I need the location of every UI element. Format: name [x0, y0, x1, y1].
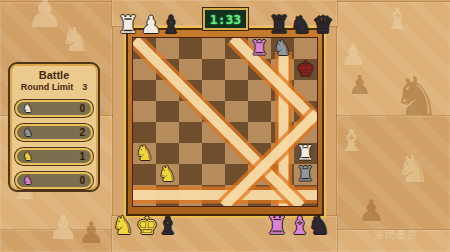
gray-rook-h2[interactable]: ♜	[294, 156, 317, 185]
square-b6[interactable]	[156, 80, 179, 101]
timer-display: 1:33	[203, 8, 248, 30]
square-a5[interactable]	[133, 101, 156, 122]
square-d1[interactable]	[202, 185, 225, 206]
square-a6[interactable]	[133, 80, 156, 101]
square-g7[interactable]	[271, 59, 294, 80]
timer-value: 1:33	[210, 12, 241, 27]
square-c3[interactable]	[179, 143, 202, 164]
square-g6[interactable]	[271, 80, 294, 101]
square-c6[interactable]	[179, 80, 202, 101]
team-pill-gray[interactable]: ♞ 2	[15, 124, 93, 141]
team-pill-pink[interactable]: ♞ 0	[15, 172, 93, 189]
bg-tile	[337, 230, 450, 252]
square-c1[interactable]	[179, 185, 202, 206]
yellow-knight-b2[interactable]: ♞	[156, 156, 179, 185]
gray-knight-g8[interactable]: ♞	[271, 38, 294, 59]
square-f2[interactable]	[248, 164, 271, 185]
square-f5[interactable]	[248, 101, 271, 122]
square-h6[interactable]	[294, 80, 317, 101]
team-pill-yellow[interactable]: ♞ 1	[15, 148, 93, 165]
red-king-h7[interactable]: ♚	[294, 51, 317, 80]
battle-panel: Battle Round Limit 3 ♞ 0 ♞ 2 ♞ 1 ♞ 0	[8, 62, 100, 192]
bg-tile	[0, 230, 112, 252]
square-d3[interactable]	[202, 143, 225, 164]
square-d4[interactable]	[202, 122, 225, 143]
bg-tile	[337, 2, 450, 116]
square-b8[interactable]	[156, 38, 179, 59]
square-e1[interactable]	[225, 185, 248, 206]
square-h1[interactable]	[294, 185, 317, 206]
square-f6[interactable]	[248, 80, 271, 101]
pink-knight-icon: ♞	[23, 175, 33, 186]
gray-knight-icon: ♞	[23, 127, 33, 138]
square-e2[interactable]	[225, 164, 248, 185]
square-d5[interactable]	[202, 101, 225, 122]
team-count-gray: 2	[79, 127, 85, 138]
square-b4[interactable]	[156, 122, 179, 143]
team-count-yellow: 1	[79, 151, 85, 162]
square-c2[interactable]	[179, 164, 202, 185]
square-c5[interactable]	[179, 101, 202, 122]
square-g2[interactable]	[271, 164, 294, 185]
square-e7[interactable]	[225, 59, 248, 80]
black-bishop-edge[interactable]: ♝	[159, 8, 183, 37]
square-d7[interactable]	[202, 59, 225, 80]
chess-board: ♜♞♚♞♞♜♜	[133, 38, 317, 206]
panel-title: Battle	[39, 69, 70, 81]
white-rook-edge[interactable]: ♜	[116, 8, 140, 37]
square-a2[interactable]	[133, 164, 156, 185]
square-a8[interactable]	[133, 38, 156, 59]
square-e6[interactable]	[225, 80, 248, 101]
square-e5[interactable]	[225, 101, 248, 122]
square-d2[interactable]	[202, 164, 225, 185]
team-count-pink: 0	[79, 175, 85, 186]
square-f1[interactable]	[248, 185, 271, 206]
square-a7[interactable]	[133, 59, 156, 80]
square-e8[interactable]	[225, 38, 248, 59]
team-count-white: 0	[79, 103, 85, 114]
round-limit-label: Round Limit	[21, 82, 74, 93]
square-h5[interactable]	[294, 101, 317, 122]
square-f4[interactable]	[248, 122, 271, 143]
square-c8[interactable]	[179, 38, 202, 59]
black-bishop-edge[interactable]: ♝	[156, 208, 180, 238]
square-f7[interactable]	[248, 59, 271, 80]
square-c7[interactable]	[179, 59, 202, 80]
square-g1[interactable]	[271, 185, 294, 206]
round-limit-value: 3	[82, 82, 87, 93]
square-a1[interactable]	[133, 185, 156, 206]
pink-rook-edge[interactable]: ♜	[265, 208, 289, 238]
yellow-knight-a3[interactable]: ♞	[133, 135, 156, 164]
square-b1[interactable]	[156, 185, 179, 206]
pink-rook-f8[interactable]: ♜	[248, 38, 271, 59]
square-c4[interactable]	[179, 122, 202, 143]
black-queen-edge[interactable]: ♛	[311, 8, 335, 37]
square-b7[interactable]	[156, 59, 179, 80]
square-b5[interactable]	[156, 101, 179, 122]
square-g4[interactable]	[271, 122, 294, 143]
black-knight-edge[interactable]: ♞	[289, 8, 313, 37]
black-knight-edge[interactable]: ♞	[307, 208, 331, 238]
white-knight-icon: ♞	[23, 103, 33, 114]
square-f3[interactable]	[248, 143, 271, 164]
square-e4[interactable]	[225, 122, 248, 143]
game-stage: ♟♞♟♞♟♟♟♟♝♞♝♞♟ Battle Round Limit 3 ♞ 0 ♞…	[0, 0, 450, 252]
square-g5[interactable]	[271, 101, 294, 122]
yellow-knight-edge[interactable]: ♞	[111, 208, 135, 238]
square-d6[interactable]	[202, 80, 225, 101]
team-pill-white[interactable]: ♞ 0	[15, 100, 93, 117]
round-limit-row: Round Limit 3	[21, 82, 88, 93]
bg-tile	[337, 116, 450, 230]
square-e3[interactable]	[225, 143, 248, 164]
black-rook-edge[interactable]: ♜	[267, 8, 291, 37]
yellow-knight-icon: ♞	[23, 151, 33, 162]
square-d8[interactable]	[202, 38, 225, 59]
square-g3[interactable]	[271, 143, 294, 164]
